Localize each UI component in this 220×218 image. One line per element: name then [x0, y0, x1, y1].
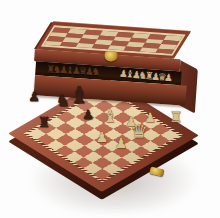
product-photo-scene: ♜♞♟♝♟♛♟♞ ♟♝♟♞♜♟♛♟ ♟♜♞♝♟♟♝♟♟♛♟♜	[0, 0, 220, 218]
folded-chess-box: ♜♞♟♝♟♛♟♞ ♟♝♟♞♜♟♛♟	[31, 19, 206, 111]
box-lid-square	[156, 48, 175, 53]
box-lid-squares	[44, 27, 182, 53]
